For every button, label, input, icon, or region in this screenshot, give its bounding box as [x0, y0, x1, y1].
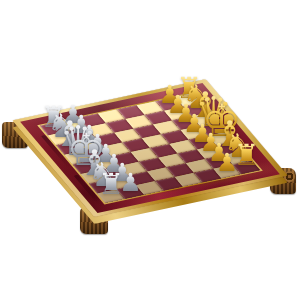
- gold-pawn: ♟: [216, 150, 238, 175]
- chess-set-photo: ♜♟♟♜♞♟♟♞♝♟♟♝♛♟♟♛♚♟♟♚♝♟♟♝♞♟♟♞♜♟♟♜: [0, 0, 300, 300]
- silver-rook: ♜: [98, 171, 124, 200]
